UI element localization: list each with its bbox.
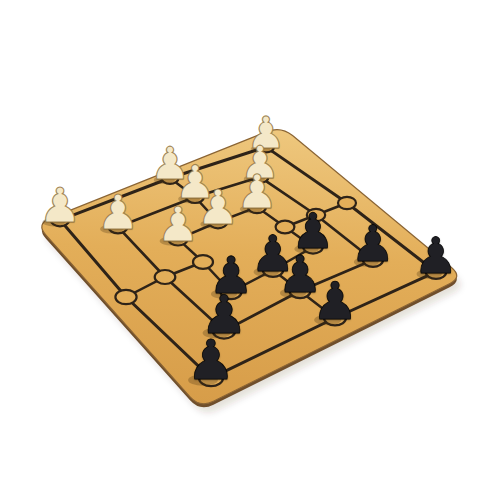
black-pawn-f2[interactable]: ♟ — [351, 219, 396, 269]
white-pawn-a7[interactable]: ♟ — [38, 181, 81, 229]
black-pawn-d1[interactable]: ♟ — [312, 275, 359, 327]
white-pawn-b6[interactable]: ♟ — [96, 188, 139, 236]
black-pawn-a1[interactable]: ♟ — [186, 333, 235, 388]
white-pawn-e5[interactable]: ♟ — [236, 168, 278, 215]
black-pawn-g1[interactable]: ♟ — [414, 231, 459, 281]
board-photo-stage: ♟♟♟♟♟♟♟♟♟♟♟♟♟♟♟♟♟♟ — [0, 0, 500, 500]
white-pawn-c5[interactable]: ♟ — [156, 200, 199, 248]
pieces-layer: ♟♟♟♟♟♟♟♟♟♟♟♟♟♟♟♟♟♟ — [0, 0, 500, 500]
white-pawn-d5[interactable]: ♟ — [196, 183, 239, 231]
